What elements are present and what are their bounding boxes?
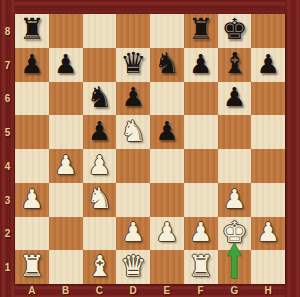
square-f6[interactable]: [184, 82, 218, 116]
square-h8[interactable]: [251, 14, 285, 48]
square-d8[interactable]: [116, 14, 150, 48]
square-c5[interactable]: ♟: [83, 115, 117, 149]
square-c6[interactable]: ♞: [83, 82, 117, 116]
file-label-f: F: [184, 284, 218, 297]
square-d1[interactable]: ♛: [116, 250, 150, 284]
piece-white-bishop-c1[interactable]: ♝: [86, 252, 112, 281]
square-h1[interactable]: [251, 250, 285, 284]
board: ♜♜♚♟♟♛♞♟♝♟♞♟♟♟♞♟♟♟♟♞♟♟♟♟♚♟♜♝♛♜: [15, 14, 285, 284]
file-label-d: D: [116, 284, 150, 297]
square-f1[interactable]: ♜: [184, 250, 218, 284]
piece-black-pawn-h7[interactable]: ♟: [256, 51, 279, 77]
square-e3[interactable]: [150, 183, 184, 217]
piece-black-pawn-f7[interactable]: ♟: [189, 51, 212, 77]
square-c8[interactable]: [83, 14, 117, 48]
square-h5[interactable]: [251, 115, 285, 149]
square-a6[interactable]: [15, 82, 49, 116]
square-b8[interactable]: [49, 14, 83, 48]
square-g5[interactable]: [218, 115, 252, 149]
piece-black-king-g8[interactable]: ♚: [221, 15, 247, 44]
square-a4[interactable]: [15, 149, 49, 183]
square-b2[interactable]: [49, 217, 83, 251]
piece-black-knight-c6[interactable]: ♞: [86, 83, 112, 112]
piece-white-pawn-a3[interactable]: ♟: [20, 186, 43, 212]
square-d5[interactable]: ♞: [116, 115, 150, 149]
square-e8[interactable]: [150, 14, 184, 48]
piece-white-pawn-d2[interactable]: ♟: [121, 219, 144, 245]
square-b3[interactable]: [49, 183, 83, 217]
piece-white-pawn-g3[interactable]: ♟: [223, 186, 246, 212]
piece-white-rook-a1[interactable]: ♜: [19, 252, 45, 281]
square-g1[interactable]: [218, 250, 252, 284]
file-label-h: H: [251, 284, 285, 297]
square-h4[interactable]: [251, 149, 285, 183]
piece-black-knight-e7[interactable]: ♞: [154, 49, 180, 78]
rank-label-4: 4: [0, 160, 15, 171]
square-d3[interactable]: [116, 183, 150, 217]
file-label-a: A: [15, 284, 49, 297]
rank-label-7: 7: [0, 59, 15, 70]
frame-right-rail: [285, 0, 300, 297]
square-b6[interactable]: [49, 82, 83, 116]
piece-black-pawn-c5[interactable]: ♟: [88, 118, 111, 144]
piece-black-pawn-a7[interactable]: ♟: [20, 51, 43, 77]
square-b4[interactable]: ♟: [49, 149, 83, 183]
piece-white-knight-c3[interactable]: ♞: [86, 184, 112, 213]
square-e4[interactable]: [150, 149, 184, 183]
square-f2[interactable]: ♟: [184, 217, 218, 251]
piece-white-pawn-f2[interactable]: ♟: [189, 219, 212, 245]
square-a1[interactable]: ♜: [15, 250, 49, 284]
file-label-b: B: [49, 284, 83, 297]
square-e2[interactable]: ♟: [150, 217, 184, 251]
piece-black-bishop-g7[interactable]: ♝: [221, 49, 247, 78]
square-g4[interactable]: [218, 149, 252, 183]
piece-white-pawn-b4[interactable]: ♟: [54, 152, 77, 178]
rank-label-6: 6: [0, 93, 15, 104]
rank-label-8: 8: [0, 25, 15, 36]
square-c4[interactable]: ♟: [83, 149, 117, 183]
piece-white-pawn-c4[interactable]: ♟: [88, 152, 111, 178]
piece-black-pawn-e5[interactable]: ♟: [155, 118, 178, 144]
piece-white-rook-f1[interactable]: ♜: [188, 252, 214, 281]
square-c2[interactable]: [83, 217, 117, 251]
piece-white-pawn-h2[interactable]: ♟: [256, 219, 279, 245]
square-h7[interactable]: ♟: [251, 48, 285, 82]
piece-black-pawn-g6[interactable]: ♟: [223, 84, 246, 110]
chessboard-widget: 87654321 ABCDEFGH ♜♜♚♟♟♛♞♟♝♟♞♟♟♟♞♟♟♟♟♞♟♟…: [0, 0, 300, 297]
piece-black-queen-d7[interactable]: ♛: [120, 49, 146, 78]
square-f8[interactable]: ♜: [184, 14, 218, 48]
square-e6[interactable]: [150, 82, 184, 116]
piece-white-queen-d1[interactable]: ♛: [120, 252, 146, 281]
square-a7[interactable]: ♟: [15, 48, 49, 82]
square-h6[interactable]: [251, 82, 285, 116]
square-b7[interactable]: ♟: [49, 48, 83, 82]
square-d6[interactable]: ♟: [116, 82, 150, 116]
rank-label-5: 5: [0, 127, 15, 138]
square-d2[interactable]: ♟: [116, 217, 150, 251]
piece-black-pawn-b7[interactable]: ♟: [54, 51, 77, 77]
square-f4[interactable]: [184, 149, 218, 183]
square-a8[interactable]: ♜: [15, 14, 49, 48]
square-h3[interactable]: [251, 183, 285, 217]
square-h2[interactable]: ♟: [251, 217, 285, 251]
piece-white-pawn-e2[interactable]: ♟: [155, 219, 178, 245]
square-c7[interactable]: [83, 48, 117, 82]
square-g6[interactable]: ♟: [218, 82, 252, 116]
file-label-e: E: [150, 284, 184, 297]
square-g2[interactable]: ♚: [218, 217, 252, 251]
square-g7[interactable]: ♝: [218, 48, 252, 82]
square-d7[interactable]: ♛: [116, 48, 150, 82]
square-f3[interactable]: [184, 183, 218, 217]
square-e1[interactable]: [150, 250, 184, 284]
piece-black-pawn-d6[interactable]: ♟: [121, 84, 144, 110]
piece-white-knight-d5[interactable]: ♞: [120, 117, 146, 146]
square-f5[interactable]: [184, 115, 218, 149]
square-e5[interactable]: ♟: [150, 115, 184, 149]
square-b5[interactable]: [49, 115, 83, 149]
rank-label-2: 2: [0, 228, 15, 239]
piece-white-king-g2[interactable]: ♚: [221, 218, 247, 247]
square-c3[interactable]: ♞: [83, 183, 117, 217]
square-b1[interactable]: [49, 250, 83, 284]
square-a5[interactable]: [15, 115, 49, 149]
file-label-g: G: [218, 284, 252, 297]
square-a3[interactable]: ♟: [15, 183, 49, 217]
frame-top-rail: [0, 0, 300, 14]
square-f7[interactable]: ♟: [184, 48, 218, 82]
square-g3[interactable]: ♟: [218, 183, 252, 217]
square-e7[interactable]: ♞: [150, 48, 184, 82]
rank-label-3: 3: [0, 194, 15, 205]
square-d4[interactable]: [116, 149, 150, 183]
piece-black-rook-a8[interactable]: ♜: [19, 15, 45, 44]
frame-left-rail: [0, 0, 15, 297]
square-c1[interactable]: ♝: [83, 250, 117, 284]
rank-label-1: 1: [0, 262, 15, 273]
piece-black-rook-f8[interactable]: ♜: [188, 15, 214, 44]
square-g8[interactable]: ♚: [218, 14, 252, 48]
file-label-c: C: [83, 284, 117, 297]
square-a2[interactable]: [15, 217, 49, 251]
